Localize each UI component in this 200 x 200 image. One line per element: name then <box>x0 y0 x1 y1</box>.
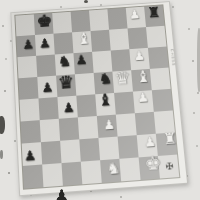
square-c7[interactable] <box>53 32 73 54</box>
piece-white-pawn[interactable]: ♟ <box>133 49 146 62</box>
photo-speckles <box>0 0 2 2</box>
square-h5[interactable] <box>150 68 171 91</box>
photo-smudge <box>0 150 3 159</box>
square-g7[interactable] <box>128 27 148 49</box>
square-f7[interactable] <box>109 28 129 50</box>
piece-black-knight[interactable]: ♞ <box>58 55 72 70</box>
square-c1[interactable] <box>61 162 82 186</box>
square-f8[interactable] <box>107 8 127 30</box>
captured-black-piece[interactable]: ♟ <box>54 188 69 200</box>
piece-black-pawn[interactable]: ♟ <box>62 101 74 115</box>
board-edge-text: CHESS <box>171 49 176 67</box>
photo-smudge <box>0 116 5 134</box>
square-c2[interactable] <box>60 139 81 163</box>
photo-backdrop: CHESS ♚♜♟♟♟♝♞♟♟♟♛♞♛♝♟♝♟♟♟♟♜♞♚✠ ♟ <box>0 0 200 200</box>
square-a5[interactable] <box>18 77 38 100</box>
piece-white-pawn[interactable]: ♟ <box>137 91 150 105</box>
photo-smudge <box>84 0 88 3</box>
piece-black-pawn[interactable]: ♟ <box>41 81 53 95</box>
square-d2[interactable] <box>79 138 100 162</box>
square-e7[interactable] <box>91 30 111 52</box>
piece-black-knight[interactable]: ♞ <box>98 72 112 87</box>
piece-white-pawn[interactable]: ♟ <box>103 118 116 132</box>
square-b6[interactable] <box>36 54 56 76</box>
square-h7[interactable] <box>146 26 166 48</box>
square-d4[interactable] <box>76 94 96 117</box>
square-f3[interactable] <box>116 113 137 136</box>
square-g3[interactable] <box>135 112 156 135</box>
square-b4[interactable] <box>38 97 58 120</box>
square-b2[interactable] <box>41 141 62 165</box>
piece-white-knight[interactable]: ♞ <box>106 161 121 177</box>
photo-edge-shadow <box>197 28 200 92</box>
piece-white-pawn[interactable]: ♟ <box>144 135 157 149</box>
square-a4[interactable] <box>20 98 40 121</box>
piece-white-bishop[interactable]: ♝ <box>76 31 91 47</box>
square-a6[interactable] <box>17 56 37 78</box>
piece-black-queen[interactable]: ♛ <box>57 73 74 92</box>
square-b1[interactable] <box>42 163 63 187</box>
square-a1[interactable] <box>23 165 44 189</box>
piece-black-pawn[interactable]: ♟ <box>75 54 87 67</box>
piece-white-pawn[interactable]: ♟ <box>128 8 140 21</box>
square-c3[interactable] <box>59 117 80 140</box>
chessboard[interactable]: CHESS ♚♜♟♟♟♝♞♟♟♟♛♞♛♝♟♝♟♟♟♟♜♞♚✠ <box>10 1 188 196</box>
square-a3[interactable] <box>21 120 41 143</box>
square-b3[interactable] <box>40 119 60 142</box>
square-e2[interactable] <box>98 137 119 161</box>
corner-emblem-icon: ✠ <box>165 162 174 172</box>
piece-black-pawn[interactable]: ♟ <box>22 38 34 51</box>
square-a8[interactable] <box>15 14 35 36</box>
square-d1[interactable] <box>81 160 102 184</box>
piece-white-king[interactable]: ♚ <box>144 153 162 173</box>
piece-white-rook[interactable]: ♜ <box>163 132 178 148</box>
piece-black-king[interactable]: ♚ <box>36 12 53 30</box>
piece-black-pawn[interactable]: ♟ <box>24 149 37 163</box>
piece-black-bishop[interactable]: ♝ <box>97 92 112 109</box>
square-d3[interactable] <box>78 116 99 139</box>
square-f2[interactable] <box>118 135 139 159</box>
square-f4[interactable] <box>114 92 135 115</box>
piece-white-queen[interactable]: ♛ <box>114 69 131 88</box>
piece-black-rook[interactable]: ♜ <box>147 6 161 21</box>
square-c8[interactable] <box>52 12 72 34</box>
square-h4[interactable] <box>152 89 173 112</box>
square-f1[interactable] <box>119 157 140 181</box>
square-e8[interactable] <box>89 9 109 31</box>
square-d5[interactable] <box>75 73 95 96</box>
piece-black-pawn[interactable]: ♟ <box>39 37 51 50</box>
piece-white-bishop[interactable]: ♝ <box>135 69 151 86</box>
square-h6[interactable] <box>148 47 169 69</box>
